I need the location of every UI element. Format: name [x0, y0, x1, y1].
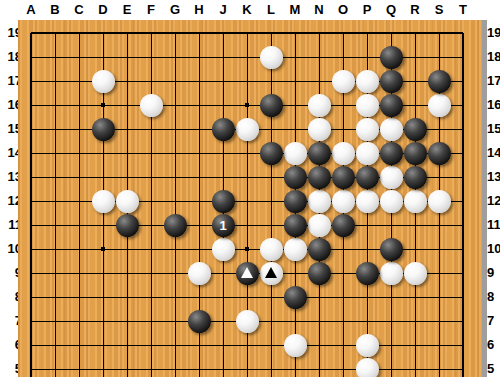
triangle-marker — [241, 267, 253, 278]
col-label-E: E — [115, 2, 139, 18]
stone-black-R14 — [404, 142, 427, 165]
stone-black-P13 — [356, 166, 379, 189]
stone-black-M8 — [284, 286, 307, 309]
row-label-right-10: 10 — [487, 241, 500, 257]
stone-black-Q18 — [380, 46, 403, 69]
stone-white-S16 — [428, 94, 451, 117]
stone-white-Q15 — [380, 118, 403, 141]
col-label-T: T — [451, 2, 475, 18]
star-point-K16 — [245, 103, 250, 108]
stone-white-P5 — [356, 358, 379, 377]
col-label-B: B — [43, 2, 67, 18]
stone-white-P12 — [356, 190, 379, 213]
col-label-S: S — [427, 2, 451, 18]
stone-black-D15 — [92, 118, 115, 141]
star-point-K10 — [245, 247, 250, 252]
stone-white-Q9 — [380, 262, 403, 285]
stone-white-P6 — [356, 334, 379, 357]
row-label-right-11: 11 — [487, 217, 500, 233]
stone-white-N12 — [308, 190, 331, 213]
col-label-K: K — [235, 2, 259, 18]
row-label-right-18: 18 — [487, 49, 500, 65]
stone-black-Q10 — [380, 238, 403, 261]
go-board[interactable]: 1 — [18, 20, 487, 377]
col-label-J: J — [211, 2, 235, 18]
star-point-D10 — [101, 247, 106, 252]
col-label-L: L — [259, 2, 283, 18]
stone-white-K7 — [236, 310, 259, 333]
col-label-F: F — [139, 2, 163, 18]
stone-black-J11: 1 — [212, 214, 235, 237]
stone-white-O17 — [332, 70, 355, 93]
stone-black-L16 — [260, 94, 283, 117]
stone-white-F16 — [140, 94, 163, 117]
stone-black-N14 — [308, 142, 331, 165]
row-label-right-19: 19 — [487, 25, 500, 41]
stone-white-H9 — [188, 262, 211, 285]
col-label-P: P — [355, 2, 379, 18]
stone-white-P14 — [356, 142, 379, 165]
stone-white-Q12 — [380, 190, 403, 213]
row-label-right-12: 12 — [487, 193, 500, 209]
stone-white-N15 — [308, 118, 331, 141]
go-diagram-window: ABCDEFGHJKLMNOPQRST 19181716151413121110… — [0, 0, 500, 377]
stone-white-L9 — [260, 262, 283, 285]
col-label-A: A — [19, 2, 43, 18]
stone-black-O11 — [332, 214, 355, 237]
triangle-marker — [265, 267, 277, 278]
row-label-right-13: 13 — [487, 169, 500, 185]
stone-white-R12 — [404, 190, 427, 213]
stone-black-H7 — [188, 310, 211, 333]
stone-white-L18 — [260, 46, 283, 69]
stone-black-R13 — [404, 166, 427, 189]
stone-black-R15 — [404, 118, 427, 141]
star-point-D16 — [101, 103, 106, 108]
row-label-right-5: 5 — [487, 361, 500, 377]
stone-black-Q14 — [380, 142, 403, 165]
stone-white-M6 — [284, 334, 307, 357]
stone-white-J10 — [212, 238, 235, 261]
col-label-M: M — [283, 2, 307, 18]
row-label-right-7: 7 — [487, 313, 500, 329]
row-label-right-16: 16 — [487, 97, 500, 113]
col-label-C: C — [67, 2, 91, 18]
stone-white-P16 — [356, 94, 379, 117]
stone-white-P15 — [356, 118, 379, 141]
stone-black-M12 — [284, 190, 307, 213]
stone-white-R9 — [404, 262, 427, 285]
stone-black-Q16 — [380, 94, 403, 117]
stone-white-K15 — [236, 118, 259, 141]
stone-white-O14 — [332, 142, 355, 165]
col-label-G: G — [163, 2, 187, 18]
row-label-right-9: 9 — [487, 265, 500, 281]
stone-black-N9 — [308, 262, 331, 285]
stone-black-S17 — [428, 70, 451, 93]
col-label-N: N — [307, 2, 331, 18]
stone-white-M10 — [284, 238, 307, 261]
stone-black-J12 — [212, 190, 235, 213]
row-label-right-17: 17 — [487, 73, 500, 89]
stone-black-G11 — [164, 214, 187, 237]
row-label-right-15: 15 — [487, 121, 500, 137]
col-label-R: R — [403, 2, 427, 18]
row-label-right-6: 6 — [487, 337, 500, 353]
col-label-D: D — [91, 2, 115, 18]
stone-white-D17 — [92, 70, 115, 93]
stone-white-E12 — [116, 190, 139, 213]
stone-white-L10 — [260, 238, 283, 261]
stone-black-N10 — [308, 238, 331, 261]
stone-black-K9 — [236, 262, 259, 285]
stone-black-N13 — [308, 166, 331, 189]
stone-black-P9 — [356, 262, 379, 285]
stone-white-O12 — [332, 190, 355, 213]
stone-white-D12 — [92, 190, 115, 213]
stone-black-M11 — [284, 214, 307, 237]
stone-black-E11 — [116, 214, 139, 237]
stone-white-Q13 — [380, 166, 403, 189]
stone-black-Q17 — [380, 70, 403, 93]
row-label-right-14: 14 — [487, 145, 500, 161]
stone-white-S12 — [428, 190, 451, 213]
col-label-H: H — [187, 2, 211, 18]
stone-black-S14 — [428, 142, 451, 165]
stone-black-J15 — [212, 118, 235, 141]
stone-black-L14 — [260, 142, 283, 165]
move-number-label: 1 — [219, 219, 226, 232]
stone-black-M13 — [284, 166, 307, 189]
col-label-Q: Q — [379, 2, 403, 18]
row-label-right-8: 8 — [487, 289, 500, 305]
stone-white-N11 — [308, 214, 331, 237]
stone-white-N16 — [308, 94, 331, 117]
stone-white-P17 — [356, 70, 379, 93]
stone-white-M14 — [284, 142, 307, 165]
stone-black-O13 — [332, 166, 355, 189]
col-label-O: O — [331, 2, 355, 18]
